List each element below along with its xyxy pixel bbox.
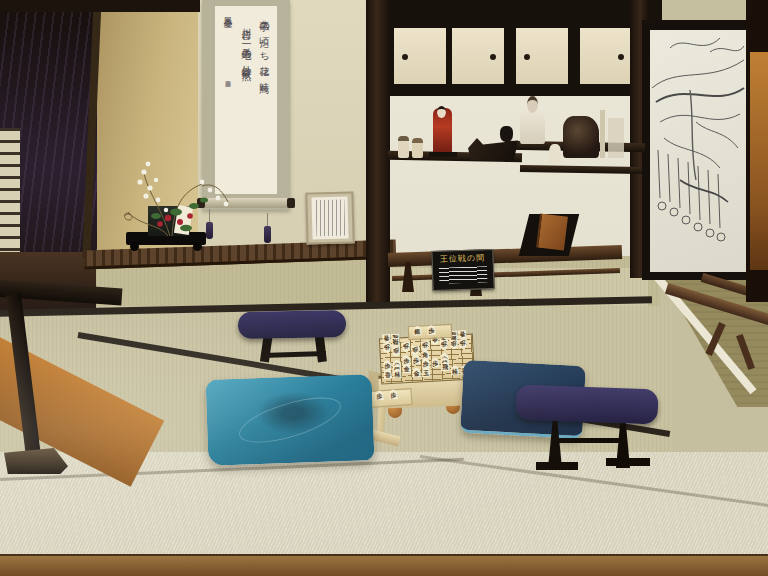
shogi-piece[interactable]: 歩 <box>411 345 421 355</box>
armrest-foot-bar <box>606 458 650 466</box>
doll-plinth <box>429 152 457 157</box>
small-kettle-figure <box>500 126 513 142</box>
captured-piece[interactable]: 歩 <box>374 390 384 401</box>
displayed-brochure[interactable] <box>536 213 568 250</box>
tatami-room-photo: 王位戦の間 <box>0 0 768 576</box>
cupboard-door[interactable] <box>452 28 504 84</box>
floor-edge-board <box>0 554 768 576</box>
shogi-piece[interactable]: 歩 <box>382 343 392 353</box>
shogi-piece[interactable]: 香 <box>381 334 391 344</box>
doll-head <box>437 106 446 118</box>
shogi-piece[interactable]: 桂 <box>450 365 460 375</box>
small-white-figurine <box>549 144 561 164</box>
door-pull[interactable] <box>524 54 530 60</box>
captured-piece[interactable]: 銀 <box>413 325 423 335</box>
shogi-piece[interactable]: 歩 <box>420 341 430 351</box>
room-name-title: 王位戦の間 <box>432 253 492 264</box>
fusuma-ink-painting[interactable] <box>650 30 746 272</box>
shogi-piece[interactable]: 角 <box>420 349 430 359</box>
roller-knob <box>287 198 295 208</box>
small-doll <box>412 138 423 158</box>
ikebana-arrangement <box>110 140 240 240</box>
tenbukuro-cupboards <box>388 20 640 96</box>
board-pieces-layer: 香桂金桂香飛金玉銀歩歩歩歩歩歩歩歩角歩歩歩歩歩歩歩銀銀金飛香桂金玉桂香 <box>380 335 474 384</box>
room-sign-small-text <box>439 266 488 284</box>
kyosoku-armrest-right <box>515 385 658 425</box>
shogi-board[interactable]: 香桂金桂香飛金玉銀歩歩歩歩歩歩歩歩角歩歩歩歩歩歩歩銀銀金飛香桂金玉桂香 <box>379 334 475 385</box>
bust-head <box>527 96 538 113</box>
placard-text-lines <box>311 197 348 240</box>
stand-wheel <box>193 242 202 251</box>
shogi-piece[interactable]: 金 <box>412 367 422 377</box>
stand-wheel <box>130 242 139 251</box>
calligraphy-column: 川音に一番地の外僻依然 <box>239 20 253 65</box>
ink-painting-strokes <box>650 30 746 272</box>
lit-adjacent-room <box>750 52 768 270</box>
dark-figurine-group <box>563 116 599 158</box>
shoji-screen-edge <box>0 128 20 268</box>
door-pull[interactable] <box>402 54 408 60</box>
armrest-crossbar <box>556 438 624 443</box>
shogi-piece[interactable]: 歩 <box>439 340 449 350</box>
komadai-gote: 銀歩 <box>408 324 453 340</box>
shogi-piece[interactable]: 歩 <box>401 342 411 352</box>
kyosoku-armrest-left <box>238 310 346 339</box>
calligraphy-column: 風趣全 <box>221 10 234 13</box>
door-pull[interactable] <box>618 54 624 60</box>
captured-piece[interactable]: 歩 <box>427 325 437 335</box>
door-pull[interactable] <box>490 54 496 60</box>
shogi-piece[interactable]: 歩 <box>391 346 401 356</box>
ceiling-beam <box>0 0 200 12</box>
shogi-piece[interactable]: 歩 <box>430 357 440 367</box>
shogi-piece[interactable]: 歩 <box>458 339 468 349</box>
captured-piece[interactable]: 歩 <box>388 389 398 400</box>
shogi-piece[interactable]: 歩 <box>411 354 421 364</box>
alcove-lintel-beam <box>366 0 662 22</box>
zabuton-cushion-left <box>206 374 375 466</box>
shogi-piece[interactable]: 歩 <box>449 339 459 349</box>
calligraphy-column: 燕子の頃たち花は時鳥 <box>257 12 271 78</box>
small-doll <box>398 136 409 158</box>
information-placard <box>305 191 354 244</box>
folded-fan-ornament <box>600 110 605 158</box>
armrest-foot-bar <box>536 462 578 470</box>
cupboard-door[interactable] <box>516 28 568 84</box>
shogi-piece[interactable]: 歩 <box>383 360 393 370</box>
scroll-weight <box>264 226 271 243</box>
shogi-piece[interactable]: 香 <box>458 330 468 340</box>
cupboard-door[interactable] <box>394 28 446 84</box>
room-name-plate: 王位戦の間 <box>431 249 494 291</box>
pale-ornament <box>608 118 624 158</box>
cupboard-door[interactable] <box>580 28 632 84</box>
shogi-piece[interactable]: 歩 <box>401 355 411 365</box>
wood-pillar-left-of-alcove <box>366 0 390 302</box>
